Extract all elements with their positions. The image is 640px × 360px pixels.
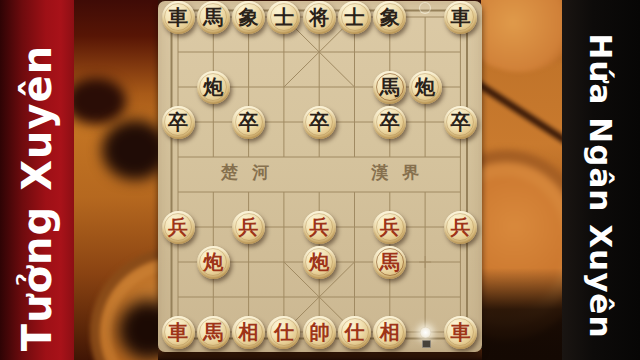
piece-red-rook[interactable]: 車 <box>162 316 195 349</box>
piece-black-cannon[interactable]: 炮 <box>409 71 442 104</box>
thumbnail-canvas: { "game": "xiangqi", "match": { "red_pla… <box>0 0 640 360</box>
piece-red-rook[interactable]: 車 <box>444 316 477 349</box>
red-player-name: Tưởng Xuyên <box>14 45 60 351</box>
piece-character: 卒 <box>450 112 470 132</box>
piece-character: 卒 <box>380 112 400 132</box>
piece-character: 相 <box>380 322 400 342</box>
piece-character: 車 <box>168 322 188 342</box>
piece-character: 士 <box>274 7 294 27</box>
piece-character: 相 <box>239 322 259 342</box>
piece-character: 炮 <box>309 252 329 272</box>
piece-red-advisor[interactable]: 仕 <box>267 316 300 349</box>
piece-character: 卒 <box>309 112 329 132</box>
wooden-piece-photo <box>481 0 562 72</box>
piece-black-soldier[interactable]: 卒 <box>373 106 406 139</box>
piece-black-soldier[interactable]: 卒 <box>232 106 265 139</box>
piece-character: 将 <box>309 7 329 27</box>
piece-red-advisor[interactable]: 仕 <box>338 316 371 349</box>
piece-black-cannon[interactable]: 炮 <box>197 71 230 104</box>
piece-red-horse[interactable]: 馬 <box>197 316 230 349</box>
piece-character: 炮 <box>203 77 223 97</box>
piece-character: 帥 <box>309 322 329 342</box>
move-marker-square <box>422 340 431 348</box>
background-photo-left <box>72 0 158 360</box>
piece-black-soldier[interactable]: 卒 <box>303 106 336 139</box>
piece-character: 炮 <box>415 77 435 97</box>
piece-red-soldier[interactable]: 兵 <box>373 211 406 244</box>
piece-black-advisor[interactable]: 士 <box>267 1 300 34</box>
piece-red-cannon[interactable]: 炮 <box>197 246 230 279</box>
xiangqi-board[interactable]: 楚河 漢界 車馬象士将士象車炮馬炮卒卒卒卒卒兵兵兵兵兵炮炮馬車馬相仕帥仕相車 <box>158 1 482 352</box>
piece-red-soldier[interactable]: 兵 <box>232 211 265 244</box>
river-label-left: 楚河 <box>221 161 283 184</box>
piece-red-horse[interactable]: 馬 <box>373 246 406 279</box>
piece-character: 車 <box>450 7 470 27</box>
piece-character: 兵 <box>168 217 188 237</box>
background-photo-right <box>481 0 562 360</box>
piece-red-soldier[interactable]: 兵 <box>303 211 336 244</box>
piece-black-horse[interactable]: 馬 <box>197 1 230 34</box>
piece-character: 仕 <box>345 322 365 342</box>
piece-black-rook[interactable]: 車 <box>162 1 195 34</box>
move-origin-marker-h10 <box>419 2 431 14</box>
piece-red-king[interactable]: 帥 <box>303 316 336 349</box>
piece-character: 車 <box>168 7 188 27</box>
piece-character: 士 <box>345 7 365 27</box>
piece-red-elephant[interactable]: 相 <box>232 316 265 349</box>
piece-black-soldier[interactable]: 卒 <box>162 106 195 139</box>
move-origin-marker-h1 <box>420 327 431 338</box>
piece-character: 兵 <box>239 217 259 237</box>
piece-black-general[interactable]: 将 <box>303 1 336 34</box>
piece-character: 兵 <box>309 217 329 237</box>
piece-character: 馬 <box>380 77 400 97</box>
piece-black-elephant[interactable]: 象 <box>232 1 265 34</box>
piece-red-soldier[interactable]: 兵 <box>162 211 195 244</box>
piece-character: 卒 <box>168 112 188 132</box>
piece-red-cannon[interactable]: 炮 <box>303 246 336 279</box>
piece-character: 兵 <box>380 217 400 237</box>
piece-black-horse[interactable]: 馬 <box>373 71 406 104</box>
piece-black-rook[interactable]: 車 <box>444 1 477 34</box>
piece-black-advisor[interactable]: 士 <box>338 1 371 34</box>
piece-character: 炮 <box>203 252 223 272</box>
piece-character: 象 <box>239 7 259 27</box>
piece-character: 馬 <box>380 252 400 272</box>
carved-character-shadow <box>102 120 158 180</box>
black-player-name: Hứa Ngân Xuyên <box>583 34 619 339</box>
piece-character: 兵 <box>450 217 470 237</box>
piece-character: 車 <box>450 322 470 342</box>
board-grid <box>158 1 482 352</box>
carved-character-shadow <box>72 78 126 124</box>
piece-black-soldier[interactable]: 卒 <box>444 106 477 139</box>
photo-shadow <box>481 268 562 360</box>
piece-red-elephant[interactable]: 相 <box>373 316 406 349</box>
river-label-right: 漢界 <box>371 161 433 184</box>
piece-character: 馬 <box>203 7 223 27</box>
piece-red-soldier[interactable]: 兵 <box>444 211 477 244</box>
piece-character: 馬 <box>203 322 223 342</box>
piece-character: 仕 <box>274 322 294 342</box>
piece-character: 象 <box>380 7 400 27</box>
piece-black-elephant[interactable]: 象 <box>373 1 406 34</box>
piece-character: 卒 <box>239 112 259 132</box>
